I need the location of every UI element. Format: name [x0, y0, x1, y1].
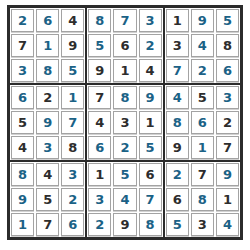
sudoku-cell-r3c4[interactable]: 9 [88, 59, 111, 82]
sudoku-cell-r9c1[interactable]: 1 [11, 213, 34, 236]
sudoku-cell-r2c9[interactable]: 8 [216, 34, 239, 57]
sudoku-block-1: 264719385 [9, 7, 86, 84]
sudoku-cell-r6c4[interactable]: 6 [88, 136, 111, 159]
sudoku-cell-r1c2[interactable]: 6 [36, 9, 59, 32]
sudoku-cell-r7c4[interactable]: 1 [88, 163, 111, 186]
sudoku-cell-r9c6[interactable]: 8 [139, 213, 162, 236]
sudoku-cell-r6c9[interactable]: 7 [216, 136, 239, 159]
sudoku-block-7: 843952176 [9, 161, 86, 238]
sudoku-cell-r6c2[interactable]: 3 [36, 136, 59, 159]
sudoku-cell-r1c8[interactable]: 9 [191, 9, 214, 32]
sudoku-cell-r6c5[interactable]: 2 [113, 136, 136, 159]
sudoku-cell-r8c6[interactable]: 7 [139, 188, 162, 211]
sudoku-cell-r4c1[interactable]: 6 [11, 86, 34, 109]
sudoku-block-5: 789431625 [86, 84, 163, 161]
sudoku-cell-r8c2[interactable]: 5 [36, 188, 59, 211]
sudoku-block-3: 195348726 [164, 7, 241, 84]
sudoku-cell-r3c5[interactable]: 1 [113, 59, 136, 82]
sudoku-cell-r7c5[interactable]: 5 [113, 163, 136, 186]
sudoku-cell-r7c2[interactable]: 4 [36, 163, 59, 186]
sudoku-cell-r1c1[interactable]: 2 [11, 9, 34, 32]
sudoku-cell-r7c1[interactable]: 8 [11, 163, 34, 186]
sudoku-cell-r2c1[interactable]: 7 [11, 34, 34, 57]
sudoku-block-8: 156347298 [86, 161, 163, 238]
sudoku-cell-r4c5[interactable]: 8 [113, 86, 136, 109]
sudoku-cell-r4c4[interactable]: 7 [88, 86, 111, 109]
sudoku-cell-r9c2[interactable]: 7 [36, 213, 59, 236]
sudoku-cell-r8c7[interactable]: 6 [166, 188, 189, 211]
sudoku-cell-r3c8[interactable]: 2 [191, 59, 214, 82]
sudoku-cell-r5c9[interactable]: 2 [216, 111, 239, 134]
sudoku-cell-r5c8[interactable]: 6 [191, 111, 214, 134]
sudoku-cell-r5c1[interactable]: 5 [11, 111, 34, 134]
sudoku-cell-r6c3[interactable]: 8 [61, 136, 84, 159]
sudoku-cell-r4c6[interactable]: 9 [139, 86, 162, 109]
sudoku-cell-r6c6[interactable]: 5 [139, 136, 162, 159]
sudoku-cell-r6c7[interactable]: 9 [166, 136, 189, 159]
sudoku-block-4: 621597438 [9, 84, 86, 161]
sudoku-block-9: 279681534 [164, 161, 241, 238]
sudoku-cell-r5c3[interactable]: 7 [61, 111, 84, 134]
sudoku-cell-r2c7[interactable]: 3 [166, 34, 189, 57]
sudoku-board: 2647193858735629141953487266215974387894… [7, 5, 243, 240]
sudoku-cell-r9c4[interactable]: 2 [88, 213, 111, 236]
sudoku-block-2: 873562914 [86, 7, 163, 84]
sudoku-block-6: 453862917 [164, 84, 241, 161]
sudoku-cell-r5c5[interactable]: 3 [113, 111, 136, 134]
sudoku-cell-r2c3[interactable]: 9 [61, 34, 84, 57]
sudoku-cell-r8c9[interactable]: 1 [216, 188, 239, 211]
sudoku-cell-r1c5[interactable]: 7 [113, 9, 136, 32]
sudoku-cell-r8c3[interactable]: 2 [61, 188, 84, 211]
sudoku-cell-r7c7[interactable]: 2 [166, 163, 189, 186]
sudoku-cell-r9c7[interactable]: 5 [166, 213, 189, 236]
sudoku-cell-r7c6[interactable]: 6 [139, 163, 162, 186]
sudoku-cell-r7c9[interactable]: 9 [216, 163, 239, 186]
sudoku-cell-r4c9[interactable]: 3 [216, 86, 239, 109]
sudoku-cell-r5c6[interactable]: 1 [139, 111, 162, 134]
sudoku-cell-r1c4[interactable]: 8 [88, 9, 111, 32]
sudoku-cell-r1c7[interactable]: 1 [166, 9, 189, 32]
sudoku-cell-r1c6[interactable]: 3 [139, 9, 162, 32]
sudoku-cell-r9c3[interactable]: 6 [61, 213, 84, 236]
sudoku-cell-r9c5[interactable]: 9 [113, 213, 136, 236]
sudoku-cell-r4c2[interactable]: 2 [36, 86, 59, 109]
sudoku-cell-r2c4[interactable]: 5 [88, 34, 111, 57]
sudoku-cell-r8c4[interactable]: 3 [88, 188, 111, 211]
sudoku-cell-r3c9[interactable]: 6 [216, 59, 239, 82]
sudoku-cell-r2c8[interactable]: 4 [191, 34, 214, 57]
sudoku-cell-r9c9[interactable]: 4 [216, 213, 239, 236]
sudoku-cell-r4c7[interactable]: 4 [166, 86, 189, 109]
sudoku-cell-r6c1[interactable]: 4 [11, 136, 34, 159]
sudoku-cell-r5c2[interactable]: 9 [36, 111, 59, 134]
sudoku-cell-r2c2[interactable]: 1 [36, 34, 59, 57]
sudoku-cell-r8c1[interactable]: 9 [11, 188, 34, 211]
sudoku-cell-r9c8[interactable]: 3 [191, 213, 214, 236]
sudoku-cell-r2c6[interactable]: 2 [139, 34, 162, 57]
sudoku-cell-r4c3[interactable]: 1 [61, 86, 84, 109]
sudoku-cell-r3c3[interactable]: 5 [61, 59, 84, 82]
sudoku-cell-r7c8[interactable]: 7 [191, 163, 214, 186]
sudoku-cell-r7c3[interactable]: 3 [61, 163, 84, 186]
sudoku-cell-r1c3[interactable]: 4 [61, 9, 84, 32]
sudoku-cell-r3c2[interactable]: 8 [36, 59, 59, 82]
sudoku-cell-r8c5[interactable]: 4 [113, 188, 136, 211]
sudoku-cell-r5c7[interactable]: 8 [166, 111, 189, 134]
sudoku-cell-r5c4[interactable]: 4 [88, 111, 111, 134]
sudoku-cell-r8c8[interactable]: 8 [191, 188, 214, 211]
sudoku-cell-r4c8[interactable]: 5 [191, 86, 214, 109]
sudoku-cell-r6c8[interactable]: 1 [191, 136, 214, 159]
sudoku-cell-r3c1[interactable]: 3 [11, 59, 34, 82]
sudoku-cell-r3c7[interactable]: 7 [166, 59, 189, 82]
sudoku-cell-r1c9[interactable]: 5 [216, 9, 239, 32]
sudoku-cell-r2c5[interactable]: 6 [113, 34, 136, 57]
sudoku-cell-r3c6[interactable]: 4 [139, 59, 162, 82]
